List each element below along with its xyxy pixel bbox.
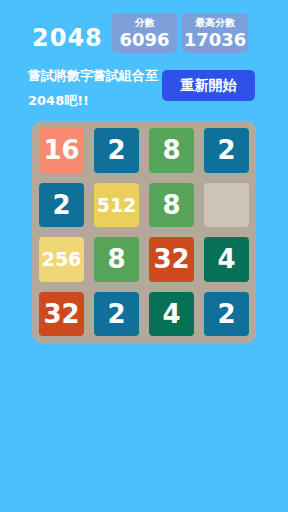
restart-button[interactable]: 重新開始 [162, 70, 255, 101]
best-score-value: 17036 [184, 30, 247, 50]
tile-32-r4c1: 32 [39, 292, 84, 337]
game-screen: 2048 分數 6096 最高分數 17036 嘗試將數字嘗試組合至 2048吧… [0, 0, 288, 512]
score-value: 6096 [119, 30, 169, 50]
tile-512-r2c2: 512 [94, 183, 139, 228]
instruction-line-2: 2048吧!! [28, 88, 163, 113]
game-board[interactable]: 1628225128256832432242 [32, 121, 256, 343]
tile-2-r2c1: 2 [39, 183, 84, 228]
tile-16-r1c1: 16 [39, 128, 84, 173]
tile-8-r1c3: 8 [149, 128, 194, 173]
tile-4-r4c3: 4 [149, 292, 194, 337]
tile-2-r4c2: 2 [94, 292, 139, 337]
tile-2-r1c2: 2 [94, 128, 139, 173]
tile-8-r3c2: 8 [94, 237, 139, 282]
instruction-line-1: 嘗試將數字嘗試組合至 [28, 63, 163, 88]
score-label: 分數 [135, 16, 155, 30]
tile-4-r3c4: 4 [204, 237, 249, 282]
tile-256-r3c1: 256 [39, 237, 84, 282]
tile-2-r4c4: 2 [204, 292, 249, 337]
tile-2-r1c4: 2 [204, 128, 249, 173]
instruction-text: 嘗試將數字嘗試組合至 2048吧!! [28, 63, 163, 113]
tile-32-r3c3: 32 [149, 237, 194, 282]
best-score-label: 最高分數 [195, 16, 235, 30]
score-box: 分數 6096 [112, 13, 177, 53]
tile-8-r2c3: 8 [149, 183, 194, 228]
best-score-box: 最高分數 17036 [182, 13, 248, 53]
app-title: 2048 [32, 24, 103, 52]
empty-cell-r2c4 [204, 183, 249, 228]
